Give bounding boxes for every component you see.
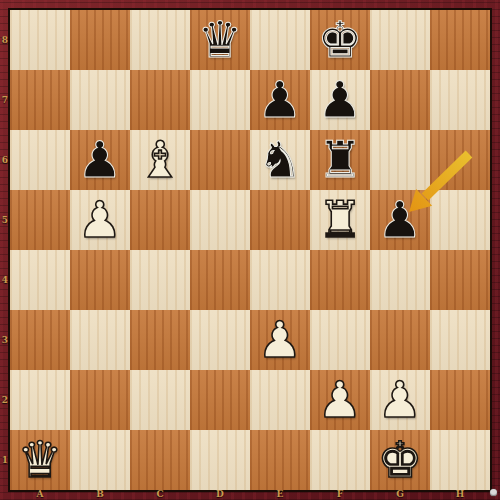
square-h7[interactable] (430, 70, 490, 130)
square-g6[interactable] (370, 130, 430, 190)
square-e4[interactable] (250, 250, 310, 310)
file-label-C: C (154, 489, 166, 500)
rank-label-3: 3 (0, 335, 10, 345)
white-pawn-e3[interactable]: ♟ (250, 310, 310, 370)
corner-dot (490, 489, 497, 496)
square-d3[interactable] (190, 310, 250, 370)
square-e6[interactable]: ♞ (250, 130, 310, 190)
square-a7[interactable] (10, 70, 70, 130)
board-grid: ♛♚♟♟♟♝♞♜♟♜♟♟♟♟♛♚ (10, 10, 490, 490)
square-a1[interactable]: ♛ (10, 430, 70, 490)
square-e8[interactable] (250, 10, 310, 70)
square-f3[interactable] (310, 310, 370, 370)
square-e7[interactable]: ♟ (250, 70, 310, 130)
square-a5[interactable] (10, 190, 70, 250)
file-label-D: D (214, 489, 226, 500)
rank-label-2: 2 (0, 395, 10, 405)
square-c2[interactable] (130, 370, 190, 430)
square-d6[interactable] (190, 130, 250, 190)
square-h6[interactable] (430, 130, 490, 190)
white-rook-f5[interactable]: ♜ (310, 190, 370, 250)
square-f8[interactable]: ♚ (310, 10, 370, 70)
square-f7[interactable]: ♟ (310, 70, 370, 130)
square-g4[interactable] (370, 250, 430, 310)
square-c3[interactable] (130, 310, 190, 370)
square-c8[interactable] (130, 10, 190, 70)
square-h5[interactable] (430, 190, 490, 250)
rank-label-5: 5 (0, 215, 10, 225)
square-a3[interactable] (10, 310, 70, 370)
square-h3[interactable] (430, 310, 490, 370)
square-h2[interactable] (430, 370, 490, 430)
square-c5[interactable] (130, 190, 190, 250)
file-label-G: G (394, 489, 406, 500)
square-e2[interactable] (250, 370, 310, 430)
square-a4[interactable] (10, 250, 70, 310)
file-label-A: A (34, 489, 46, 500)
black-queen-d8[interactable]: ♛ (190, 10, 250, 70)
square-d1[interactable] (190, 430, 250, 490)
square-g8[interactable] (370, 10, 430, 70)
square-g2[interactable]: ♟ (370, 370, 430, 430)
black-pawn-f7[interactable]: ♟ (310, 70, 370, 130)
square-a2[interactable] (10, 370, 70, 430)
white-pawn-f2[interactable]: ♟ (310, 370, 370, 430)
square-c6[interactable]: ♝ (130, 130, 190, 190)
square-c4[interactable] (130, 250, 190, 310)
square-d5[interactable] (190, 190, 250, 250)
square-h1[interactable] (430, 430, 490, 490)
square-b5[interactable]: ♟ (70, 190, 130, 250)
square-f2[interactable]: ♟ (310, 370, 370, 430)
square-e5[interactable] (250, 190, 310, 250)
file-label-B: B (94, 489, 106, 500)
square-g7[interactable] (370, 70, 430, 130)
white-king-g1[interactable]: ♚ (370, 430, 430, 490)
rank-label-7: 7 (0, 95, 10, 105)
white-bishop-c6[interactable]: ♝ (130, 130, 190, 190)
square-b6[interactable]: ♟ (70, 130, 130, 190)
square-e3[interactable]: ♟ (250, 310, 310, 370)
black-king-f8[interactable]: ♚ (310, 10, 370, 70)
square-b4[interactable] (70, 250, 130, 310)
square-f1[interactable] (310, 430, 370, 490)
rank-label-4: 4 (0, 275, 10, 285)
rank-label-8: 8 (0, 35, 10, 45)
square-b7[interactable] (70, 70, 130, 130)
black-rook-f6[interactable]: ♜ (310, 130, 370, 190)
square-g3[interactable] (370, 310, 430, 370)
square-b2[interactable] (70, 370, 130, 430)
square-b1[interactable] (70, 430, 130, 490)
square-f5[interactable]: ♜ (310, 190, 370, 250)
square-c1[interactable] (130, 430, 190, 490)
square-d4[interactable] (190, 250, 250, 310)
black-pawn-b6[interactable]: ♟ (70, 130, 130, 190)
square-f4[interactable] (310, 250, 370, 310)
square-d7[interactable] (190, 70, 250, 130)
black-pawn-e7[interactable]: ♟ (250, 70, 310, 130)
white-pawn-g2[interactable]: ♟ (370, 370, 430, 430)
black-knight-e6[interactable]: ♞ (250, 130, 310, 190)
white-pawn-b5[interactable]: ♟ (70, 190, 130, 250)
white-queen-a1[interactable]: ♛ (10, 430, 70, 490)
square-g1[interactable]: ♚ (370, 430, 430, 490)
rank-label-6: 6 (0, 155, 10, 165)
square-b3[interactable] (70, 310, 130, 370)
square-h8[interactable] (430, 10, 490, 70)
chessboard: ♛♚♟♟♟♝♞♜♟♜♟♟♟♟♛♚ 87654321ABCDEFGH (0, 0, 500, 500)
square-d2[interactable] (190, 370, 250, 430)
square-a8[interactable] (10, 10, 70, 70)
square-c7[interactable] (130, 70, 190, 130)
square-g5[interactable]: ♟ (370, 190, 430, 250)
square-b8[interactable] (70, 10, 130, 70)
rank-label-1: 1 (0, 455, 10, 465)
black-pawn-g5[interactable]: ♟ (370, 190, 430, 250)
square-d8[interactable]: ♛ (190, 10, 250, 70)
square-h4[interactable] (430, 250, 490, 310)
file-label-H: H (454, 489, 466, 500)
file-label-F: F (334, 489, 346, 500)
square-e1[interactable] (250, 430, 310, 490)
square-a6[interactable] (10, 130, 70, 190)
square-f6[interactable]: ♜ (310, 130, 370, 190)
file-label-E: E (274, 489, 286, 500)
